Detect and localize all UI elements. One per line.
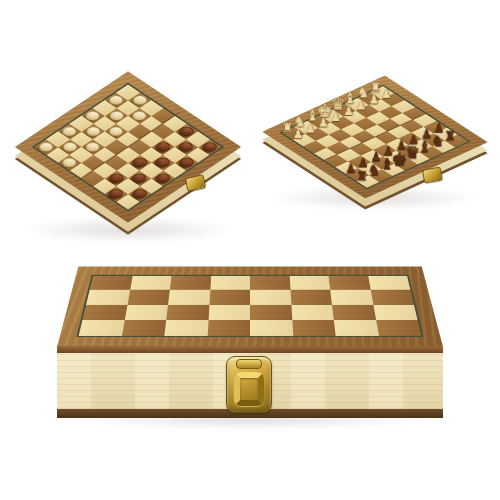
box-top-square-r2c3 [208, 304, 250, 319]
box-top-square-r2c1 [124, 304, 168, 319]
box-top-square-r0c6 [329, 276, 371, 290]
box-top-square-r1c4 [250, 290, 291, 305]
box-top-square-r0c4 [250, 276, 290, 290]
box-top-square-r2c0 [82, 304, 127, 319]
box-top-square-r2c4 [250, 304, 292, 319]
box-top-square-r1c7 [370, 290, 414, 305]
box-top-square-r0c2 [170, 276, 211, 290]
box-top-square-r3c6 [334, 320, 379, 336]
box-top-square-r0c3 [210, 276, 250, 290]
box-latch-bail [234, 372, 264, 406]
box-top-square-r2c6 [332, 304, 376, 319]
box-top-square-r3c0 [79, 320, 125, 336]
box-top-square-r2c5 [291, 304, 334, 319]
box-top-square-r0c1 [130, 276, 172, 290]
box-top-square-r3c5 [292, 320, 336, 336]
box-top-square-r1c0 [86, 290, 130, 305]
box-top-square-r2c7 [373, 304, 418, 319]
box-lid-top [57, 267, 443, 347]
box-top-square-r3c1 [122, 320, 167, 336]
box-top-square-r3c4 [250, 320, 293, 336]
box-latch-clasp [236, 359, 262, 369]
box-lid-edge [57, 346, 443, 353]
product-photo-scene: ♜♟♟♜♞♟♟♞♝♟♟♝♛♟♟♛♚♟♟♚♝♟♟♝♞♟♟♞♜♟♟♜ [0, 0, 500, 500]
box-top-square-r1c3 [209, 290, 250, 305]
box-top-square-r1c5 [290, 290, 332, 305]
closed-box-view [0, 0, 500, 500]
box-top-square-r1c6 [330, 290, 373, 305]
box-top-square-r1c2 [168, 290, 210, 305]
box-top-square-r1c1 [127, 290, 170, 305]
box-latch [226, 356, 272, 413]
box-top-grid [76, 275, 423, 337]
box-top-square-r2c2 [166, 304, 209, 319]
box-top-square-r3c7 [376, 320, 422, 336]
box-top-square-r0c7 [368, 276, 411, 290]
box-top-square-r3c3 [207, 320, 250, 336]
box-top-square-r0c5 [289, 276, 330, 290]
box-top-square-r3c2 [164, 320, 208, 336]
box-top-square-r0c0 [90, 276, 133, 290]
